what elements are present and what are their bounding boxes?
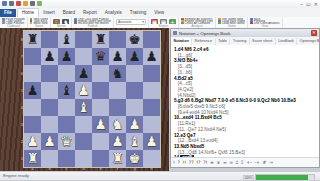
annotation-symbol[interactable]: -+	[254, 160, 260, 165]
square-g4[interactable]	[126, 99, 143, 116]
ribbon-tab-view[interactable]: View	[150, 9, 168, 17]
square-f8[interactable]	[109, 31, 126, 48]
maximize-icon[interactable]: ▭	[306, 0, 311, 8]
black-pawn: ♟	[143, 48, 160, 65]
rank-label: 3	[17, 116, 23, 133]
square-g3[interactable]: ♟	[126, 116, 143, 133]
rank-label: 4	[17, 99, 23, 116]
square-b1[interactable]	[41, 150, 58, 167]
annotation-symbol[interactable]: ∞	[229, 160, 233, 165]
ribbon-group-publish: One Click Web PublishReplay Game with Wh…	[72, 17, 114, 28]
square-a8[interactable]: ♜	[24, 31, 41, 48]
annotation-symbol[interactable]: !	[173, 160, 175, 165]
combo-value: Annotate	[118, 20, 132, 24]
square-e5[interactable]	[92, 82, 109, 99]
white-king: ♚	[126, 150, 143, 167]
square-g6[interactable]	[126, 65, 143, 82]
panel-title: Notation + Openings Book	[179, 31, 309, 36]
square-b3[interactable]	[41, 116, 58, 133]
notation-tab-reference[interactable]: Reference	[192, 38, 215, 45]
annotation-symbol[interactable]: ?!	[203, 160, 207, 165]
square-c4[interactable]	[58, 99, 75, 116]
ribbon-tab-insert[interactable]: Insert	[39, 9, 59, 17]
square-b4[interactable]	[41, 99, 58, 116]
square-d6[interactable]: ♟	[75, 65, 92, 82]
square-c5[interactable]: ♝	[58, 82, 75, 99]
close-icon[interactable]: ✕	[311, 30, 317, 36]
white-pawn: ♟	[92, 116, 109, 133]
notation-tab-table[interactable]: Table	[216, 38, 231, 45]
notation-move-list[interactable]: 1.d4 Nf6 2.c4 e6[1...g6]3.Nf3 Bb4+[3...d…	[171, 45, 319, 158]
rank-label: 8	[17, 31, 23, 48]
square-e8[interactable]: ♜	[92, 31, 109, 48]
engine-progress: 40%	[243, 174, 315, 180]
annotation-symbol[interactable]: ⩲	[236, 160, 239, 165]
white-bishop: ♝	[75, 99, 92, 116]
square-g2[interactable]: ♝	[126, 133, 143, 150]
square-f2[interactable]: ♟	[109, 133, 126, 150]
square-h2[interactable]: ♟	[143, 133, 160, 150]
square-d4[interactable]: ♝	[75, 99, 92, 116]
square-d3[interactable]	[75, 116, 92, 133]
square-b8[interactable]	[41, 31, 58, 48]
rank-label: 2	[17, 133, 23, 150]
black-bishop: ♝	[58, 82, 75, 99]
square-h5[interactable]	[143, 82, 160, 99]
square-c1[interactable]	[58, 150, 75, 167]
notation-tab-livebook[interactable]: LiveBook	[276, 38, 297, 45]
white-knight: ♞	[109, 116, 126, 133]
ribbon-group-clipboard: Paste PositionCopy GameCopy PositionClip…	[0, 17, 28, 28]
square-h7[interactable]: ♟	[143, 48, 160, 65]
black-pawn: ♟	[24, 82, 41, 99]
square-c8[interactable]: ♝	[58, 31, 75, 48]
status-text: Engine ready	[3, 173, 29, 178]
close-icon[interactable]: ✕	[314, 0, 318, 8]
ribbon-group-moves: ♘♞Moves	[51, 17, 72, 28]
chess-board[interactable]: ♜♝♜♚♟♟♛♟♟♟♟♞♟♝♟♝♟♞♟♟♟♛♟♝♟♜♜♚	[24, 31, 160, 167]
annotation-symbol[interactable]: ±	[210, 160, 214, 165]
square-d5[interactable]: ♟	[75, 82, 92, 99]
square-f3[interactable]: ♞	[109, 116, 126, 133]
rank-label: 5	[17, 82, 23, 99]
black-queen: ♛	[92, 48, 109, 65]
ribbon-tab-board[interactable]: Board	[59, 9, 79, 17]
notation-tab-score-sheet[interactable]: Score sheet	[250, 38, 276, 45]
white-pawn: ♟	[126, 116, 143, 133]
square-a1[interactable]: ♜	[24, 150, 41, 167]
white-bishop: ♝	[126, 133, 143, 150]
black-pawn: ♟	[41, 48, 58, 65]
annotation-symbol[interactable]: ∓	[216, 160, 220, 165]
square-a3[interactable]	[24, 116, 41, 133]
square-a6[interactable]	[24, 65, 41, 82]
square-g8[interactable]: ♚	[126, 31, 143, 48]
rank-label: 7	[17, 48, 23, 65]
square-d2[interactable]	[75, 133, 92, 150]
black-rook: ♜	[24, 31, 41, 48]
black-rook: ♜	[92, 31, 109, 48]
square-d7[interactable]	[75, 48, 92, 65]
qat-icon-1[interactable]	[9, 1, 14, 6]
annotation-symbol[interactable]: ⩱	[241, 160, 244, 165]
square-c7[interactable]: ♟	[58, 48, 75, 65]
square-h4[interactable]	[143, 99, 160, 116]
annotation-symbol[interactable]: →	[269, 160, 273, 165]
square-f6[interactable]: ♞	[109, 65, 126, 82]
square-f7[interactable]: ♟	[109, 48, 126, 65]
white-pawn: ♟	[41, 133, 58, 150]
square-a7[interactable]	[24, 48, 41, 65]
notation-panel: Notation + Openings Book ✕ NotationRefer…	[170, 28, 320, 168]
rank-label: 6	[17, 65, 23, 82]
annotation-symbol[interactable]: ??	[189, 160, 194, 165]
ribbon-group-game: New GameTake BackMove NowGame	[28, 17, 52, 28]
ribbon-group-analysis: Remove All StatisticsEngine Strength Lim…	[179, 17, 216, 28]
black-pawn: ♟	[109, 48, 126, 65]
annotation-symbol[interactable]: +-	[246, 160, 252, 165]
minimize-icon[interactable]: –	[300, 0, 303, 8]
square-e4[interactable]	[92, 99, 109, 116]
square-d8[interactable]	[75, 31, 92, 48]
quick-access-toolbar	[2, 1, 42, 6]
ribbon-group-view: BackForwardUse Client AnalysisView	[248, 17, 282, 28]
square-h1[interactable]	[143, 150, 160, 167]
ribbon-group-game: Win Game NowLoad/Save GameLoad Next Game…	[216, 17, 248, 28]
annotation-symbol-toolbar: !?!!??!??!±∓=∞⩲⩱+--+#→	[171, 157, 319, 167]
qat-icon-5[interactable]	[37, 1, 42, 6]
square-h6[interactable]	[143, 65, 160, 82]
square-f1[interactable]: ♜	[109, 150, 126, 167]
square-e3[interactable]: ♟	[92, 116, 109, 133]
rank-labels: 87654321	[17, 31, 23, 167]
white-pawn: ♟	[143, 133, 160, 150]
progress-track	[255, 174, 315, 180]
black-bishop: ♝	[58, 31, 75, 48]
qat-icon-0[interactable]	[2, 1, 7, 6]
ribbon-tab-file[interactable]: File	[0, 9, 16, 17]
black-pawn: ♟	[75, 65, 92, 82]
square-a5[interactable]: ♟	[24, 82, 41, 99]
square-e2[interactable]	[92, 133, 109, 150]
notation-tab-notation[interactable]: Notation	[171, 38, 192, 45]
white-pawn: ♟	[75, 82, 92, 99]
square-c3[interactable]	[58, 116, 75, 133]
white-rook: ♜	[109, 150, 126, 167]
square-h3[interactable]	[143, 116, 160, 133]
black-pawn: ♟	[126, 48, 143, 65]
square-g5[interactable]	[126, 82, 143, 99]
window-controls: –▭✕	[300, 0, 318, 8]
ribbon-tab-training[interactable]: Training	[126, 9, 150, 17]
white-pawn: ♟	[24, 133, 41, 150]
white-rook: ♜	[24, 150, 41, 167]
square-b5[interactable]	[41, 82, 58, 99]
annotation-symbol[interactable]: !!	[182, 160, 186, 165]
ribbon-tab-analysis[interactable]: Analysis	[101, 9, 126, 17]
notation-tab-training[interactable]: Training	[230, 38, 249, 45]
board-panel: 87654321 ♜♝♜♚♟♟♛♟♟♟♟♞♟♝♟♝♟♞♟♟♟♛♟♝♟♜♜♚ ab…	[0, 28, 169, 171]
square-b6[interactable]	[41, 65, 58, 82]
white-pawn: ♟	[109, 133, 126, 150]
square-a2[interactable]: ♟	[24, 133, 41, 150]
qat-icon-2[interactable]	[16, 1, 21, 6]
annotation-symbol[interactable]: ?	[177, 160, 179, 165]
chevron-down-icon: ▾	[142, 20, 144, 24]
ribbon-tab-report[interactable]: Report	[79, 9, 101, 17]
white-queen: ♛	[58, 133, 75, 150]
ribbon-tab-home[interactable]: Home	[17, 8, 39, 17]
rank-label: 1	[17, 150, 23, 167]
square-e6[interactable]	[92, 65, 109, 82]
black-pawn: ♟	[58, 48, 75, 65]
annotation-symbol[interactable]: !?	[196, 160, 200, 165]
notation-tab-openings-book[interactable]: Openings Book	[297, 38, 319, 45]
square-a4[interactable]	[24, 99, 41, 116]
progress-label: 40%	[243, 175, 254, 181]
black-king: ♚	[126, 31, 143, 48]
square-g7[interactable]: ♟	[126, 48, 143, 65]
square-b7[interactable]: ♟	[41, 48, 58, 65]
qat-icon-3[interactable]	[23, 1, 28, 6]
square-b2[interactable]: ♟	[41, 133, 58, 150]
square-e7[interactable]: ♛	[92, 48, 109, 65]
square-h8[interactable]	[143, 31, 160, 48]
status-bar: Engine ready 40%	[0, 171, 320, 180]
qat-icon-4[interactable]	[30, 1, 35, 6]
square-c2[interactable]: ♛	[58, 133, 75, 150]
black-knight: ♞	[109, 65, 126, 82]
ribbon-group-combo: Annotate▾	[114, 17, 149, 28]
square-d1[interactable]	[75, 150, 92, 167]
square-e1[interactable]	[92, 150, 109, 167]
square-f4[interactable]	[109, 99, 126, 116]
annotation-symbol[interactable]: #	[263, 160, 267, 165]
panel-icon	[173, 31, 177, 35]
annotation-symbol[interactable]: =	[223, 160, 227, 165]
square-g1[interactable]: ♚	[126, 150, 143, 167]
ribbon-group-engine: ▦▦+Engine	[149, 17, 179, 28]
progress-fill	[256, 175, 308, 180]
square-f5[interactable]	[109, 82, 126, 99]
square-c6[interactable]	[58, 65, 75, 82]
